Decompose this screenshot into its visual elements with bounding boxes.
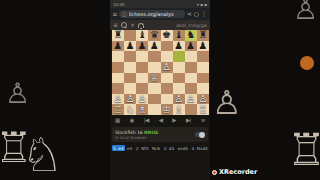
browser-url-bar: ⌂ ⓘ lichess.org/analys ⋖ ○ ⋮ — [110, 8, 210, 20]
site-info-icon[interactable]: ⓘ — [122, 11, 127, 17]
black-pawn[interactable]: ♟ — [174, 41, 183, 51]
last-move-icon[interactable]: ▶| — [186, 118, 191, 124]
white-bishop[interactable]: ♗ — [138, 105, 147, 115]
square-h2[interactable]: ♙ — [197, 94, 209, 105]
hamburger-menu-icon[interactable]: ≡ — [113, 22, 118, 28]
white-king[interactable]: ♔ — [162, 105, 171, 115]
square-d3[interactable] — [148, 83, 160, 94]
knight-decor-icon: ♘ — [21, 131, 63, 178]
square-g3[interactable] — [185, 83, 197, 94]
white-pawn[interactable]: ♙ — [186, 94, 195, 104]
android-status-bar: 10:00 ▾ ▪ ▪ — [110, 0, 210, 8]
square-c5[interactable] — [136, 62, 148, 73]
black-pawn[interactable]: ♟ — [138, 41, 147, 51]
square-h5[interactable] — [197, 62, 209, 73]
white-pawn[interactable]: ♙ — [162, 62, 171, 72]
square-a2[interactable]: ♙ — [112, 94, 124, 105]
next-move-icon[interactable]: ▶ — [172, 118, 176, 124]
pawn-decor-icon: ♙ — [212, 86, 242, 119]
square-e1[interactable]: ♔ — [161, 104, 173, 115]
square-c2[interactable]: ♙ — [136, 94, 148, 105]
white-rook[interactable]: ♖ — [198, 105, 207, 115]
video-frame: ♙♖♘♙♙♖ 10:00 ▾ ▪ ▪ ⌂ ⓘ lichess.org/analy… — [0, 0, 320, 180]
share-icon[interactable]: ⋖ — [187, 11, 192, 17]
square-c3[interactable] — [136, 83, 148, 94]
black-queen[interactable]: ♛ — [150, 30, 159, 40]
pawn-decor-icon: ♙ — [293, 0, 318, 24]
square-h1[interactable]: ♖ — [197, 104, 209, 115]
username-label[interactable]: abdl_mzqygw — [176, 23, 207, 28]
first-move-icon[interactable]: |◀ — [144, 118, 149, 124]
square-f8[interactable]: ♝ — [173, 30, 185, 41]
engine-name: Stockfish 16 — [115, 130, 143, 135]
square-c7[interactable]: ♟ — [136, 41, 148, 52]
chess-board[interactable]: ♜♝♛♚♝♞♜♟♟♟♟♟♟♟♙♕♙♙♙♙♙♙♖♘♗♔♗♖ — [112, 30, 209, 115]
square-c4[interactable] — [136, 73, 148, 84]
square-c8[interactable]: ♝ — [136, 30, 148, 41]
square-f1[interactable]: ♗ — [173, 104, 185, 115]
engine-toggle[interactable] — [195, 132, 205, 137]
square-e8[interactable]: ♚ — [161, 30, 173, 41]
square-h8[interactable]: ♜ — [197, 30, 209, 41]
engine-panel: Stockfish 16 NNUE in local browser — [112, 127, 208, 142]
square-a1[interactable]: ♖ — [112, 104, 124, 115]
square-c1[interactable]: ♗ — [136, 104, 148, 115]
square-a7[interactable]: ♟ — [112, 41, 124, 52]
black-rook[interactable]: ♜ — [198, 30, 207, 40]
move-e5[interactable]: e5 — [126, 145, 133, 151]
menu-icon[interactable]: ≡ — [201, 118, 205, 124]
home-icon[interactable]: ⌂ — [113, 11, 117, 17]
recorder-label: XRecorder — [219, 168, 257, 176]
square-g5[interactable] — [185, 62, 197, 73]
phone-screen: 10:00 ▾ ▪ ▪ ⌂ ⓘ lichess.org/analys ⋖ ○ ⋮… — [110, 0, 210, 180]
square-b1[interactable]: ♘ — [124, 104, 136, 115]
white-knight[interactable]: ♘ — [126, 105, 135, 115]
square-b6[interactable] — [124, 51, 136, 62]
white-pawn[interactable]: ♙ — [174, 94, 183, 104]
square-h4[interactable] — [197, 73, 209, 84]
rook-decor-icon: ♖ — [287, 128, 320, 172]
square-a4[interactable] — [112, 73, 124, 84]
square-b7[interactable]: ♟ — [124, 41, 136, 52]
orange-circle-decor — [300, 56, 314, 70]
white-bishop[interactable]: ♗ — [174, 105, 183, 115]
square-a3[interactable] — [112, 83, 124, 94]
square-e3[interactable] — [161, 83, 173, 94]
square-f7[interactable]: ♟ — [173, 41, 185, 52]
settings-icon[interactable]: ◉ — [130, 118, 134, 124]
white-pawn[interactable]: ♙ — [126, 94, 135, 104]
black-bishop[interactable]: ♝ — [174, 30, 183, 40]
prev-move-icon[interactable]: ◀ — [159, 118, 163, 124]
browser-menu-icon[interactable]: ⋮ — [201, 11, 207, 17]
square-e2[interactable] — [161, 94, 173, 105]
square-g6[interactable] — [185, 51, 197, 62]
square-d8[interactable]: ♛ — [148, 30, 160, 41]
white-queen[interactable]: ♕ — [150, 73, 159, 83]
square-b5[interactable] — [124, 62, 136, 73]
square-c6[interactable] — [136, 51, 148, 62]
move-list: 1. e4e52. Nf3Nc63. d4exd44. Nxd4Nxd45. Q… — [112, 144, 208, 152]
square-b2[interactable]: ♙ — [124, 94, 136, 105]
white-pawn[interactable]: ♙ — [198, 94, 207, 104]
white-pawn[interactable]: ♙ — [114, 94, 123, 104]
lichess-header: ≡ × abdl_mzqygw — [110, 20, 210, 30]
engine-nnue-badge: NNUE — [144, 130, 158, 135]
search-icon[interactable] — [121, 22, 127, 28]
move-1e4[interactable]: 1. e4 — [112, 145, 125, 151]
square-g7[interactable]: ♟ — [185, 41, 197, 52]
square-h7[interactable]: ♟ — [197, 41, 209, 52]
challenge-icon[interactable]: × — [130, 22, 135, 28]
analysis-toolbar: ▦◉|◀◀▶▶|≡ — [110, 116, 210, 125]
square-b3[interactable] — [124, 83, 136, 94]
engine-subtitle: in local browser — [115, 135, 195, 140]
square-d6[interactable] — [148, 51, 160, 62]
square-d7[interactable]: ♟ — [148, 41, 160, 52]
black-king[interactable]: ♚ — [162, 30, 171, 40]
recorder-watermark: XRecorder — [212, 168, 257, 176]
black-bishop[interactable]: ♝ — [138, 30, 147, 40]
board-menu-icon[interactable]: ▦ — [115, 118, 120, 124]
square-f2[interactable]: ♙ — [173, 94, 185, 105]
white-rook[interactable]: ♖ — [114, 105, 123, 115]
notifications-bell-icon[interactable] — [138, 23, 144, 28]
square-e4[interactable] — [161, 73, 173, 84]
status-icons: ▾ ▪ ▪ — [197, 2, 207, 7]
black-pawn[interactable]: ♟ — [198, 41, 207, 51]
address-pill[interactable]: ⓘ lichess.org/analys — [119, 10, 185, 18]
tabs-icon[interactable]: ○ — [194, 11, 199, 17]
rook-decor-icon: ♖ — [0, 127, 33, 169]
square-f5[interactable] — [173, 62, 185, 73]
recorder-icon — [212, 170, 217, 175]
move-2Nf3[interactable]: 2. Nf3 — [135, 145, 150, 151]
square-g8[interactable]: ♞ — [185, 30, 197, 41]
white-pawn[interactable]: ♙ — [138, 94, 147, 104]
square-e5[interactable]: ♙ — [161, 62, 173, 73]
square-d2[interactable] — [148, 94, 160, 105]
square-b4[interactable] — [124, 73, 136, 84]
square-g1[interactable] — [185, 104, 197, 115]
black-pawn[interactable]: ♟ — [114, 41, 123, 51]
black-knight[interactable]: ♞ — [186, 30, 195, 40]
engine-info: Stockfish 16 NNUE in local browser — [115, 130, 195, 140]
pawn-decor-icon: ♙ — [5, 80, 30, 108]
toggle-knob — [199, 132, 205, 138]
square-d5[interactable] — [148, 62, 160, 73]
square-a5[interactable] — [112, 62, 124, 73]
square-e7[interactable] — [161, 41, 173, 52]
move-exd4[interactable]: exd4 — [177, 145, 189, 151]
black-pawn[interactable]: ♟ — [126, 41, 135, 51]
square-e6[interactable] — [161, 51, 173, 62]
square-b8[interactable] — [124, 30, 136, 41]
square-g4[interactable] — [185, 73, 197, 84]
square-h6[interactable] — [197, 51, 209, 62]
square-a6[interactable] — [112, 51, 124, 62]
url-text: lichess.org/analys — [129, 11, 174, 17]
move-Nc6[interactable]: Nc6 — [151, 145, 161, 151]
square-h3[interactable] — [197, 83, 209, 94]
black-pawn[interactable]: ♟ — [150, 41, 159, 51]
black-rook[interactable]: ♜ — [114, 30, 123, 40]
square-g2[interactable]: ♙ — [185, 94, 197, 105]
square-f3[interactable] — [173, 83, 185, 94]
move-4Nxd4[interactable]: 4. Nxd4 — [191, 145, 208, 151]
square-d1[interactable] — [148, 104, 160, 115]
square-a8[interactable]: ♜ — [112, 30, 124, 41]
move-3d4[interactable]: 3. d4 — [163, 145, 176, 151]
square-f6[interactable] — [173, 51, 185, 62]
black-pawn[interactable]: ♟ — [186, 41, 195, 51]
status-time: 10:00 — [113, 2, 125, 7]
square-f4[interactable] — [173, 73, 185, 84]
square-d4[interactable]: ♕ — [148, 73, 160, 84]
